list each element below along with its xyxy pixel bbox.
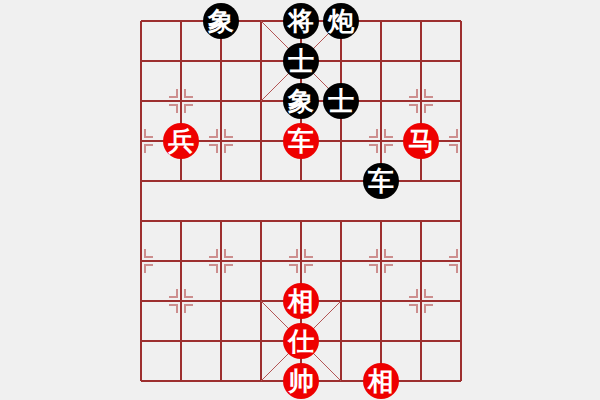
- board-intersection: 士: [281, 41, 321, 81]
- pieces-grid: 象将炮士象士兵车马车相仕帅相: [121, 1, 481, 400]
- red-elephant-piece[interactable]: 相: [283, 283, 319, 319]
- board-intersection: 将: [281, 1, 321, 41]
- red-king-piece[interactable]: 帅: [283, 363, 319, 399]
- board-intersection: 象: [281, 81, 321, 121]
- board-intersection: 车: [281, 121, 321, 161]
- black-king-piece[interactable]: 将: [283, 3, 319, 39]
- board-intersection: 炮: [321, 1, 361, 41]
- red-advisor-piece[interactable]: 仕: [283, 323, 319, 359]
- board-intersection: 象: [201, 1, 241, 41]
- black-chariot-piece[interactable]: 车: [363, 163, 399, 199]
- board-intersection: 帅: [281, 361, 321, 400]
- board-intersection: 相: [361, 361, 401, 400]
- board-intersection: 马: [401, 121, 441, 161]
- black-elephant-piece[interactable]: 象: [203, 3, 239, 39]
- black-advisor-piece[interactable]: 士: [323, 83, 359, 119]
- black-cannon-piece[interactable]: 炮: [323, 3, 359, 39]
- board-intersection: 士: [321, 81, 361, 121]
- red-horse-piece[interactable]: 马: [403, 123, 439, 159]
- black-advisor-piece[interactable]: 士: [283, 43, 319, 79]
- board-intersection: 仕: [281, 321, 321, 361]
- red-chariot-piece[interactable]: 车: [283, 123, 319, 159]
- board-intersection: 车: [361, 161, 401, 201]
- red-elephant-piece[interactable]: 相: [363, 363, 399, 399]
- black-elephant-piece[interactable]: 象: [283, 83, 319, 119]
- board-intersection: 相: [281, 281, 321, 321]
- board-intersection: 兵: [161, 121, 201, 161]
- xiangqi-board-screen: 象将炮士象士兵车马车相仕帅相: [0, 0, 600, 400]
- red-pawn-piece[interactable]: 兵: [163, 123, 199, 159]
